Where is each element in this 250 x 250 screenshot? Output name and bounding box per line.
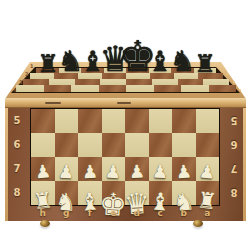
white-pawn-g7: ♟ <box>58 162 75 181</box>
square-e8: ♚ <box>102 181 126 205</box>
square-f5 <box>78 109 102 133</box>
white-pawn-b7: ♟ <box>175 162 192 181</box>
white-pawn-e7: ♟ <box>105 162 122 181</box>
hinge-mark <box>45 102 61 104</box>
file-label-a: a <box>204 209 210 218</box>
white-pawn-a7: ♟ <box>198 162 216 181</box>
white-pawn-h7: ♟ <box>34 162 52 181</box>
flat-square <box>154 85 182 92</box>
square-h6 <box>31 133 55 157</box>
file-label-f: f <box>88 209 92 218</box>
rank-label-6-right: 6 <box>224 139 244 150</box>
square-b8: ♞ <box>172 181 196 205</box>
brass-screw-dot <box>239 89 241 91</box>
file-label-g: g <box>63 209 69 218</box>
square-a8: ♜ <box>196 181 220 205</box>
square-f6 <box>78 133 102 157</box>
rank-label-8-left: 8 <box>7 187 27 198</box>
square-d5 <box>125 109 149 133</box>
square-h5 <box>31 109 55 133</box>
square-e6 <box>102 133 126 157</box>
square-h8: ♜ <box>31 181 55 205</box>
brass-foot-left <box>40 220 50 227</box>
square-b5 <box>172 109 196 133</box>
square-c7: ♟ <box>149 157 173 181</box>
flat-square <box>99 85 127 92</box>
flat-rank-label-1: 1 <box>30 64 33 69</box>
flat-rank-label-3: 3 <box>19 80 22 85</box>
flat-rank-label-2: 2 <box>25 72 28 77</box>
square-g5 <box>55 109 79 133</box>
flat-square <box>181 85 209 92</box>
white-pawn-c7: ♟ <box>152 163 169 182</box>
white-pawn-d7: ♟ <box>128 162 145 181</box>
hinge-lip <box>5 98 246 108</box>
square-d7: ♟ <box>125 157 149 181</box>
file-label-e: e <box>110 209 116 218</box>
square-d8: ♛ <box>125 181 149 205</box>
square-g6 <box>55 133 79 157</box>
square-b6 <box>172 133 196 157</box>
file-label-b: b <box>181 209 187 218</box>
file-label-d: d <box>134 209 140 218</box>
hinge-mark <box>117 102 131 104</box>
square-h7: ♟ <box>31 157 55 181</box>
front-board-grid: ♟♟♟♟♟♟♟♟♜♞♝♚♛♝♞♜ <box>31 109 219 205</box>
white-pawn-f7: ♟ <box>81 163 98 182</box>
flat-row-4 <box>16 85 236 92</box>
rank-label-5-left: 5 <box>7 115 27 126</box>
brass-foot-right <box>193 220 203 227</box>
square-g7: ♟ <box>55 157 79 181</box>
brass-screw-dot <box>233 81 235 83</box>
square-a5 <box>196 109 220 133</box>
flat-square <box>126 85 154 92</box>
square-e5 <box>102 109 126 133</box>
square-c8: ♝ <box>149 181 173 205</box>
square-d6 <box>125 133 149 157</box>
square-f8: ♝ <box>78 181 102 205</box>
square-b7: ♟ <box>172 157 196 181</box>
square-g8: ♞ <box>55 181 79 205</box>
rank-label-5-right: 5 <box>224 115 244 126</box>
square-f7: ♟ <box>78 157 102 181</box>
rank-label-7-right: 7 <box>224 163 244 174</box>
flat-top-board: 1234 <box>0 62 250 99</box>
rank-label-7-left: 7 <box>7 163 27 174</box>
square-c6 <box>149 133 173 157</box>
flat-square <box>209 85 237 92</box>
rank-label-8-right: 8 <box>224 187 244 198</box>
rank-label-6-left: 6 <box>7 139 27 150</box>
file-label-c: c <box>158 209 163 218</box>
square-c5 <box>149 109 173 133</box>
flat-square <box>16 85 44 92</box>
upright-front-board: ♟♟♟♟♟♟♟♟♜♞♝♚♛♝♞♜ 55667788 hgfedcba <box>5 98 246 221</box>
brass-screw-dot <box>227 73 229 75</box>
flat-board-squares <box>1 68 250 92</box>
square-a7: ♟ <box>196 157 220 181</box>
square-e7: ♟ <box>102 157 126 181</box>
flat-square <box>44 85 72 92</box>
flat-rank-label-4: 4 <box>13 88 16 93</box>
file-label-h: h <box>40 209 46 218</box>
front-walnut-frame: ♟♟♟♟♟♟♟♟♜♞♝♚♛♝♞♜ 55667788 hgfedcba <box>5 108 246 221</box>
flat-square <box>71 85 99 92</box>
square-a6 <box>196 133 220 157</box>
